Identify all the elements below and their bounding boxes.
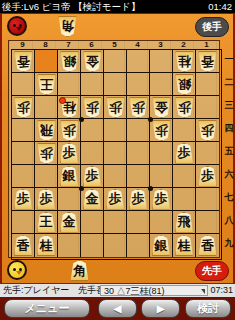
move-history-dropdown[interactable]: 30 △7三桂(81) bbox=[100, 285, 208, 296]
file-label-3: 3 bbox=[149, 40, 172, 49]
square-1六[interactable]: 歩 bbox=[196, 165, 219, 188]
square-5四[interactable] bbox=[104, 119, 127, 142]
square-7九[interactable] bbox=[58, 234, 81, 257]
gote-piece-歩: 歩 bbox=[60, 120, 79, 141]
hoshi-dot bbox=[79, 186, 84, 191]
sente-clock: 07:31 bbox=[210, 284, 233, 297]
square-6四[interactable] bbox=[81, 119, 104, 142]
sente-piece-歩: 歩 bbox=[175, 143, 194, 164]
rank-label-5: 五 bbox=[223, 140, 235, 163]
square-4一[interactable] bbox=[127, 50, 150, 73]
file-labels: 987654321 bbox=[11, 41, 218, 49]
file-label-6: 6 bbox=[80, 40, 103, 49]
file-label-9: 9 bbox=[11, 40, 34, 49]
square-2八[interactable]: 飛 bbox=[173, 211, 196, 234]
square-6三[interactable]: 歩 bbox=[81, 96, 104, 119]
square-4二[interactable] bbox=[127, 73, 150, 96]
prev-move-button[interactable]: ◀ bbox=[98, 299, 137, 318]
square-7四[interactable]: 歩 bbox=[58, 119, 81, 142]
sente-piece-王: 王 bbox=[37, 212, 56, 233]
sente-piece-桂: 桂 bbox=[175, 235, 194, 256]
square-3一[interactable] bbox=[150, 50, 173, 73]
opponent-title: 後手:Lv6 ピヨ帝 【検討モード】 bbox=[2, 0, 140, 13]
sente-piece-香: 香 bbox=[14, 235, 33, 256]
square-9九[interactable]: 香 bbox=[12, 234, 35, 257]
rank-label-3: 三 bbox=[223, 94, 235, 117]
file-label-1: 1 bbox=[195, 40, 218, 49]
square-7三[interactable]: 桂 bbox=[58, 96, 81, 119]
last-move-text: 30 △7三桂(81) bbox=[104, 286, 165, 296]
square-4三[interactable]: 歩 bbox=[127, 96, 150, 119]
square-6二[interactable] bbox=[81, 73, 104, 96]
square-2九[interactable]: 桂 bbox=[173, 234, 196, 257]
file-label-7: 7 bbox=[57, 40, 80, 49]
status-bar: 先手:プレイヤー 先手番 30 △7三桂(81) 07:31 bbox=[0, 284, 235, 297]
sente-player-label: 先手:プレイヤー bbox=[3, 284, 69, 297]
review-button[interactable]: 検討 bbox=[185, 299, 231, 318]
square-4六[interactable] bbox=[127, 165, 150, 188]
gote-piece-銀: 銀 bbox=[60, 51, 79, 72]
sente-piece-歩: 歩 bbox=[83, 166, 102, 187]
square-1八[interactable] bbox=[196, 211, 219, 234]
gote-piece-歩: 歩 bbox=[106, 97, 125, 118]
dropdown-triangle-icon bbox=[201, 289, 205, 294]
last-move-marker bbox=[59, 97, 66, 104]
square-6六[interactable]: 歩 bbox=[81, 165, 104, 188]
sente-piece-桂: 桂 bbox=[37, 235, 56, 256]
gote-captured-tray: 角 後手 bbox=[2, 14, 233, 39]
square-3五[interactable] bbox=[150, 142, 173, 165]
gote-piece-王: 王 bbox=[37, 74, 56, 95]
square-1三[interactable] bbox=[196, 96, 219, 119]
square-8三[interactable] bbox=[35, 96, 58, 119]
square-2六[interactable] bbox=[173, 165, 196, 188]
rank-label-7: 七 bbox=[223, 186, 235, 209]
square-8七[interactable]: 歩 bbox=[35, 188, 58, 211]
square-8九[interactable]: 桂 bbox=[35, 234, 58, 257]
sente-piece-金: 金 bbox=[60, 212, 79, 233]
file-label-4: 4 bbox=[126, 40, 149, 49]
file-label-8: 8 bbox=[34, 40, 57, 49]
square-8五[interactable]: 歩 bbox=[35, 142, 58, 165]
square-4七[interactable]: 歩 bbox=[127, 188, 150, 211]
gote-avatar-icon bbox=[7, 16, 27, 36]
square-4五[interactable] bbox=[127, 142, 150, 165]
rank-label-9: 九 bbox=[223, 232, 235, 255]
sente-piece-歩: 歩 bbox=[129, 189, 148, 210]
square-3六[interactable] bbox=[150, 165, 173, 188]
square-2二[interactable]: 銀 bbox=[173, 73, 196, 96]
square-7六[interactable]: 銀 bbox=[58, 165, 81, 188]
rank-label-2: 二 bbox=[223, 71, 235, 94]
square-2四[interactable] bbox=[173, 119, 196, 142]
gote-clock: 01:42 bbox=[208, 0, 232, 13]
file-label-2: 2 bbox=[172, 40, 195, 49]
square-8六[interactable] bbox=[35, 165, 58, 188]
square-5八[interactable] bbox=[104, 211, 127, 234]
square-4八[interactable] bbox=[127, 211, 150, 234]
square-8二[interactable]: 王 bbox=[35, 73, 58, 96]
gote-piece-銀: 銀 bbox=[175, 74, 194, 95]
gote-hand-piece-角[interactable]: 角 bbox=[58, 16, 77, 37]
gote-piece-桂: 桂 bbox=[175, 51, 194, 72]
square-5五[interactable] bbox=[104, 142, 127, 165]
sente-hand-piece-角[interactable]: 角 bbox=[70, 260, 89, 281]
square-5七[interactable]: 歩 bbox=[104, 188, 127, 211]
square-5三[interactable]: 歩 bbox=[104, 96, 127, 119]
square-1四[interactable]: 歩 bbox=[196, 119, 219, 142]
square-6一[interactable]: 金 bbox=[81, 50, 104, 73]
square-1九[interactable]: 香 bbox=[196, 234, 219, 257]
gote-piece-歩: 歩 bbox=[14, 97, 33, 118]
square-6五[interactable] bbox=[81, 142, 104, 165]
square-9三[interactable]: 歩 bbox=[12, 96, 35, 119]
square-1七[interactable] bbox=[196, 188, 219, 211]
square-9二[interactable] bbox=[12, 73, 35, 96]
square-1五[interactable] bbox=[196, 142, 219, 165]
rank-label-6: 六 bbox=[223, 163, 235, 186]
game-panel: 角 後手 987654321 香銀金桂香王銀歩桂歩歩歩金歩飛歩歩歩歩歩歩銀歩歩歩… bbox=[0, 14, 235, 283]
gote-piece-香: 香 bbox=[14, 51, 33, 72]
sente-piece-金: 金 bbox=[83, 189, 102, 210]
square-3九[interactable]: 銀 bbox=[150, 234, 173, 257]
square-1二[interactable] bbox=[196, 73, 219, 96]
sente-piece-銀: 銀 bbox=[152, 235, 171, 256]
square-9六[interactable] bbox=[12, 165, 35, 188]
gote-piece-歩: 歩 bbox=[83, 97, 102, 118]
gote-hand-pieces: 角 bbox=[58, 16, 77, 37]
square-6七[interactable]: 金 bbox=[81, 188, 104, 211]
gote-piece-歩: 歩 bbox=[37, 143, 56, 164]
square-2三[interactable]: 歩 bbox=[173, 96, 196, 119]
shogi-board: 987654321 香銀金桂香王銀歩桂歩歩歩金歩飛歩歩歩歩歩歩銀歩歩歩歩金歩歩歩… bbox=[8, 40, 220, 258]
square-9八[interactable] bbox=[12, 211, 35, 234]
square-6九[interactable] bbox=[81, 234, 104, 257]
sente-piece-歩: 歩 bbox=[106, 189, 125, 210]
sente-piece-歩: 歩 bbox=[14, 189, 33, 210]
square-5六[interactable] bbox=[104, 165, 127, 188]
rank-label-1: 一 bbox=[223, 48, 235, 71]
square-7一[interactable]: 銀 bbox=[58, 50, 81, 73]
next-move-button[interactable]: ▶ bbox=[141, 299, 180, 318]
gote-badge: 後手 bbox=[195, 17, 229, 37]
square-7七[interactable] bbox=[58, 188, 81, 211]
menu-button[interactable]: メニュー bbox=[4, 299, 90, 318]
rank-label-4: 四 bbox=[223, 117, 235, 140]
sente-avatar-icon bbox=[7, 260, 27, 280]
square-3三[interactable]: 金 bbox=[150, 96, 173, 119]
gote-piece-歩: 歩 bbox=[152, 120, 171, 141]
square-3二[interactable] bbox=[150, 73, 173, 96]
square-9四[interactable] bbox=[12, 119, 35, 142]
board-grid: 香銀金桂香王銀歩桂歩歩歩金歩飛歩歩歩歩歩歩銀歩歩歩歩金歩歩歩王金飛香桂銀桂香 bbox=[11, 49, 222, 260]
square-3七[interactable]: 歩 bbox=[150, 188, 173, 211]
hoshi-dot bbox=[148, 186, 153, 191]
square-6八[interactable] bbox=[81, 211, 104, 234]
gote-piece-飛: 飛 bbox=[37, 120, 56, 141]
sente-piece-銀: 銀 bbox=[60, 166, 79, 187]
square-2五[interactable]: 歩 bbox=[173, 142, 196, 165]
sente-piece-歩: 歩 bbox=[152, 189, 171, 210]
square-5一[interactable] bbox=[104, 50, 127, 73]
square-3四[interactable]: 歩 bbox=[150, 119, 173, 142]
square-9七[interactable]: 歩 bbox=[12, 188, 35, 211]
square-2一[interactable]: 桂 bbox=[173, 50, 196, 73]
file-label-5: 5 bbox=[103, 40, 126, 49]
sente-hand-pieces: 角 bbox=[70, 260, 89, 281]
gote-piece-金: 金 bbox=[83, 51, 102, 72]
square-7五[interactable]: 歩 bbox=[58, 142, 81, 165]
hoshi-dot bbox=[79, 117, 84, 122]
gote-piece-歩: 歩 bbox=[198, 120, 217, 141]
square-7二[interactable] bbox=[58, 73, 81, 96]
square-2七[interactable] bbox=[173, 188, 196, 211]
sente-captured-tray: 角 先手 bbox=[2, 258, 233, 283]
square-5九[interactable] bbox=[104, 234, 127, 257]
title-bar: 後手:Lv6 ピヨ帝 【検討モード】 01:42 bbox=[0, 0, 235, 13]
sente-badge: 先手 bbox=[195, 261, 229, 281]
sente-piece-歩: 歩 bbox=[198, 166, 217, 187]
sente-piece-香: 香 bbox=[198, 235, 217, 256]
rank-label-8: 八 bbox=[223, 209, 235, 232]
square-9五[interactable] bbox=[12, 142, 35, 165]
square-4四[interactable] bbox=[127, 119, 150, 142]
sente-piece-飛: 飛 bbox=[175, 212, 194, 233]
hoshi-dot bbox=[148, 117, 153, 122]
gote-piece-歩: 歩 bbox=[129, 97, 148, 118]
square-9一[interactable]: 香 bbox=[12, 50, 35, 73]
square-8八[interactable]: 王 bbox=[35, 211, 58, 234]
gote-piece-金: 金 bbox=[152, 97, 171, 118]
sente-piece-歩: 歩 bbox=[60, 143, 79, 164]
square-7八[interactable]: 金 bbox=[58, 211, 81, 234]
square-4九[interactable] bbox=[127, 234, 150, 257]
square-3八[interactable] bbox=[150, 211, 173, 234]
square-5二[interactable] bbox=[104, 73, 127, 96]
square-8一[interactable] bbox=[35, 50, 58, 73]
gote-piece-香: 香 bbox=[198, 51, 217, 72]
square-8四[interactable]: 飛 bbox=[35, 119, 58, 142]
gote-piece-歩: 歩 bbox=[175, 97, 194, 118]
button-bar: メニュー ◀ ▶ 検討 bbox=[0, 297, 235, 320]
square-1一[interactable]: 香 bbox=[196, 50, 219, 73]
sente-piece-歩: 歩 bbox=[37, 189, 56, 210]
